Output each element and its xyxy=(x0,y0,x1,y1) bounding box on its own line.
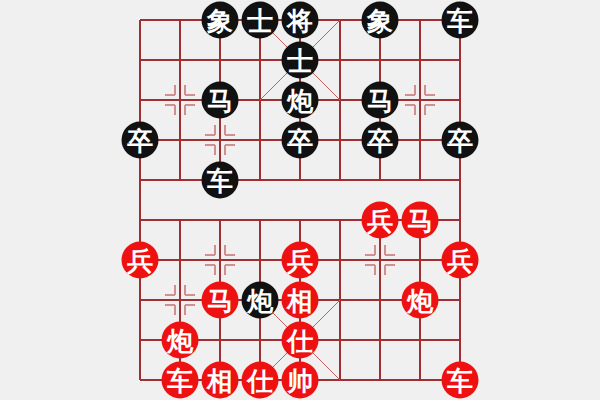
piece-black-soldier[interactable]: 卒 xyxy=(282,122,319,159)
piece-red-horse[interactable]: 马 xyxy=(202,282,239,319)
piece-red-elephant[interactable]: 相 xyxy=(282,282,319,319)
piece-black-horse[interactable]: 马 xyxy=(202,82,239,119)
piece-red-horse[interactable]: 马 xyxy=(402,202,439,239)
piece-red-advisor[interactable]: 仕 xyxy=(282,322,319,359)
piece-red-soldier[interactable]: 兵 xyxy=(362,202,399,239)
piece-black-soldier[interactable]: 卒 xyxy=(122,122,159,159)
piece-red-cannon[interactable]: 炮 xyxy=(162,322,199,359)
piece-red-soldier[interactable]: 兵 xyxy=(122,242,159,279)
piece-black-advisor[interactable]: 士 xyxy=(242,2,279,39)
piece-black-chariot[interactable]: 车 xyxy=(202,162,239,199)
piece-red-general[interactable]: 帅 xyxy=(282,362,319,399)
piece-black-horse[interactable]: 马 xyxy=(362,82,399,119)
piece-black-soldier[interactable]: 卒 xyxy=(442,122,479,159)
piece-red-chariot[interactable]: 车 xyxy=(162,362,199,399)
piece-black-elephant[interactable]: 象 xyxy=(202,2,239,39)
piece-red-cannon[interactable]: 炮 xyxy=(402,282,439,319)
piece-black-elephant[interactable]: 象 xyxy=(362,2,399,39)
piece-black-advisor[interactable]: 士 xyxy=(282,42,319,79)
piece-black-soldier[interactable]: 卒 xyxy=(362,122,399,159)
piece-black-cannon[interactable]: 炮 xyxy=(282,82,319,119)
piece-red-elephant[interactable]: 相 xyxy=(202,362,239,399)
piece-black-cannon[interactable]: 炮 xyxy=(242,282,279,319)
piece-red-soldier[interactable]: 兵 xyxy=(442,242,479,279)
xiangqi-board-screen: 象士将象车士马炮马卒卒卒卒车兵马兵兵兵马炮相炮炮仕车相仕帅车 xyxy=(0,0,600,400)
piece-red-soldier[interactable]: 兵 xyxy=(282,242,319,279)
piece-red-chariot[interactable]: 车 xyxy=(442,362,479,399)
piece-black-chariot[interactable]: 车 xyxy=(442,2,479,39)
piece-red-advisor[interactable]: 仕 xyxy=(242,362,279,399)
piece-black-general[interactable]: 将 xyxy=(282,2,319,39)
